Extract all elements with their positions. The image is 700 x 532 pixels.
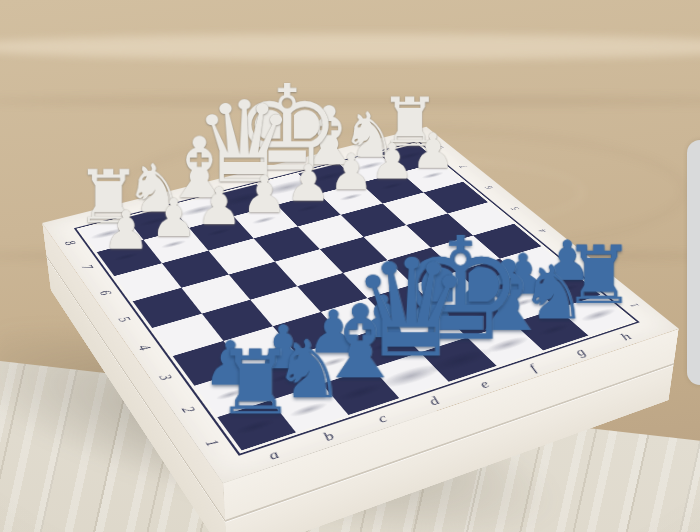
rook-glyph: ♜ — [215, 339, 294, 427]
pawn-glyph: ♟ — [370, 137, 414, 186]
stage-3d: 87654321 87654321 abcdefgh ♜♞♝♛♚♝♞♜♟♟♟♟♟… — [0, 0, 700, 532]
pawn-glyph: ♟ — [411, 127, 455, 176]
pawn-glyph: ♟ — [328, 148, 373, 198]
pawn-glyph: ♟ — [150, 192, 197, 244]
pawn-glyph: ♟ — [241, 169, 287, 220]
pawn-glyph: ♟ — [196, 181, 242, 233]
pawn-glyph: ♟ — [102, 204, 150, 257]
pawn-glyph: ♟ — [285, 158, 330, 208]
scrollbar-handle[interactable] — [687, 140, 700, 385]
chess-box: 87654321 87654321 abcdefgh ♜♞♝♛♚♝♞♜♟♟♟♟♟… — [42, 127, 679, 484]
photo-scene: 87654321 87654321 abcdefgh ♜♞♝♛♚♝♞♜♟♟♟♟♟… — [0, 0, 700, 532]
